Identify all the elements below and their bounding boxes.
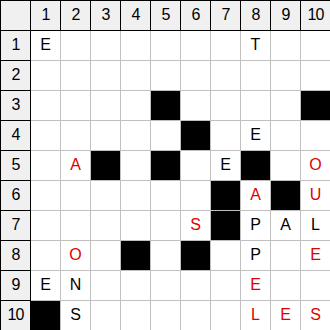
grid-cell[interactable] — [301, 61, 330, 91]
grid-cell[interactable] — [181, 301, 211, 330]
grid-cell[interactable] — [121, 61, 151, 91]
grid-cell[interactable] — [121, 31, 151, 61]
grid-cell[interactable]: O — [61, 241, 91, 271]
grid-cell[interactable] — [91, 211, 121, 241]
grid-cell[interactable] — [271, 31, 301, 61]
grid-cell[interactable]: L — [301, 211, 330, 241]
grid-cell[interactable]: L — [241, 301, 271, 330]
black-cell — [121, 241, 151, 271]
black-cell — [31, 301, 61, 330]
col-header-8: 8 — [241, 1, 271, 31]
grid-cell[interactable] — [121, 271, 151, 301]
grid-cell[interactable] — [61, 121, 91, 151]
grid-cell[interactable]: S — [301, 301, 330, 330]
grid-cell[interactable]: E — [31, 271, 61, 301]
grid-cell[interactable] — [271, 271, 301, 301]
grid-cell[interactable]: P — [241, 211, 271, 241]
grid-cell[interactable] — [91, 91, 121, 121]
black-cell — [211, 211, 241, 241]
black-cell — [301, 91, 330, 121]
black-cell — [91, 151, 121, 181]
grid-cell[interactable] — [211, 301, 241, 330]
black-cell — [181, 121, 211, 151]
grid-cell[interactable] — [91, 301, 121, 330]
grid-cell[interactable] — [151, 211, 181, 241]
grid-cell[interactable] — [211, 91, 241, 121]
col-header-2: 2 — [61, 1, 91, 31]
grid-cell[interactable]: E — [271, 301, 301, 330]
grid-cell[interactable] — [151, 271, 181, 301]
grid-cell[interactable] — [31, 241, 61, 271]
grid-cell[interactable]: S — [61, 301, 91, 330]
grid-cell[interactable] — [181, 91, 211, 121]
grid-cell[interactable]: A — [241, 181, 271, 211]
col-header-3: 3 — [91, 1, 121, 31]
grid-cell[interactable] — [151, 241, 181, 271]
grid-cell[interactable] — [211, 61, 241, 91]
grid-cell[interactable] — [151, 121, 181, 151]
col-header-5: 5 — [151, 1, 181, 31]
col-header-7: 7 — [211, 1, 241, 31]
crossword-board: 123456789101ET234E5AEO6AU7SPAL8OPE9ENE10… — [0, 0, 330, 330]
black-cell — [241, 151, 271, 181]
grid-cell[interactable] — [181, 181, 211, 211]
grid-cell[interactable] — [271, 61, 301, 91]
row-header-5: 5 — [1, 151, 31, 181]
grid-cell[interactable]: E — [241, 271, 271, 301]
col-header-4: 4 — [121, 1, 151, 31]
row-header-9: 9 — [1, 271, 31, 301]
grid-cell[interactable] — [61, 31, 91, 61]
grid-cell[interactable] — [301, 271, 330, 301]
grid-cell[interactable] — [301, 121, 330, 151]
grid-cell[interactable] — [91, 121, 121, 151]
grid-cell[interactable] — [211, 241, 241, 271]
grid-cell[interactable] — [151, 61, 181, 91]
grid-cell[interactable] — [211, 31, 241, 61]
grid-cell[interactable]: A — [61, 151, 91, 181]
grid-cell[interactable] — [271, 151, 301, 181]
col-header-1: 1 — [31, 1, 61, 31]
black-cell — [271, 181, 301, 211]
grid-cell[interactable] — [151, 181, 181, 211]
grid-cell[interactable] — [31, 151, 61, 181]
grid-cell[interactable] — [91, 31, 121, 61]
grid-table: 123456789101ET234E5AEO6AU7SPAL8OPE9ENE10… — [0, 0, 330, 330]
grid-cell[interactable]: T — [241, 31, 271, 61]
grid-cell[interactable] — [121, 151, 151, 181]
grid-cell[interactable] — [61, 61, 91, 91]
grid-cell[interactable]: U — [301, 181, 330, 211]
grid-cell[interactable] — [211, 121, 241, 151]
row-header-8: 8 — [1, 241, 31, 271]
row-header-2: 2 — [1, 61, 31, 91]
grid-cell[interactable]: O — [301, 151, 330, 181]
row-header-4: 4 — [1, 121, 31, 151]
corner-header — [1, 1, 31, 31]
grid-cell[interactable] — [61, 181, 91, 211]
grid-cell[interactable] — [151, 301, 181, 330]
col-header-10: 10 — [301, 1, 330, 31]
grid-cell[interactable] — [121, 181, 151, 211]
grid-cell[interactable]: P — [241, 241, 271, 271]
grid-cell[interactable] — [91, 61, 121, 91]
grid-cell[interactable] — [31, 121, 61, 151]
grid-cell[interactable]: E — [31, 31, 61, 61]
grid-cell[interactable] — [271, 121, 301, 151]
grid-cell[interactable] — [121, 211, 151, 241]
grid-cell[interactable]: E — [301, 241, 330, 271]
grid-cell[interactable]: E — [241, 121, 271, 151]
row-header-1: 1 — [1, 31, 31, 61]
grid-cell[interactable] — [31, 91, 61, 121]
col-header-9: 9 — [271, 1, 301, 31]
row-header-6: 6 — [1, 181, 31, 211]
grid-cell[interactable] — [31, 211, 61, 241]
row-header-7: 7 — [1, 211, 31, 241]
grid-cell[interactable] — [181, 271, 211, 301]
grid-cell[interactable] — [31, 61, 61, 91]
grid-cell[interactable] — [181, 61, 211, 91]
black-cell — [211, 181, 241, 211]
grid-cell[interactable] — [241, 91, 271, 121]
grid-cell[interactable]: A — [271, 211, 301, 241]
grid-cell[interactable] — [211, 271, 241, 301]
grid-cell[interactable] — [91, 241, 121, 271]
grid-cell[interactable] — [61, 211, 91, 241]
grid-cell[interactable] — [31, 181, 61, 211]
grid-cell[interactable] — [271, 91, 301, 121]
grid-cell[interactable]: N — [61, 271, 91, 301]
grid-cell[interactable] — [91, 181, 121, 211]
grid-cell[interactable] — [241, 61, 271, 91]
grid-cell[interactable] — [121, 91, 151, 121]
grid-cell[interactable] — [91, 271, 121, 301]
grid-cell[interactable] — [181, 151, 211, 181]
black-cell — [181, 241, 211, 271]
grid-cell[interactable]: E — [211, 151, 241, 181]
grid-cell[interactable] — [151, 31, 181, 61]
grid-cell[interactable] — [181, 31, 211, 61]
col-header-6: 6 — [181, 1, 211, 31]
grid-cell[interactable]: S — [181, 211, 211, 241]
black-cell — [151, 91, 181, 121]
row-header-10: 10 — [1, 301, 31, 330]
grid-cell[interactable] — [61, 91, 91, 121]
grid-cell[interactable] — [301, 31, 330, 61]
grid-cell[interactable] — [121, 301, 151, 330]
grid-cell[interactable] — [121, 121, 151, 151]
black-cell — [151, 151, 181, 181]
grid-cell[interactable] — [271, 241, 301, 271]
row-header-3: 3 — [1, 91, 31, 121]
